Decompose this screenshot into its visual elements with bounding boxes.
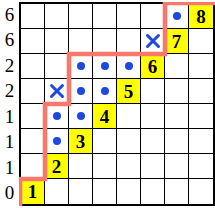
grid-cell-r2c4: [93, 29, 117, 54]
grid-cell-r6c1: [21, 129, 45, 154]
grid-cell-r7c6: [141, 154, 165, 179]
step-number-5: 5: [124, 82, 134, 101]
step-number-3: 3: [76, 132, 86, 151]
grid-cell-r5c7: [165, 104, 189, 129]
grid-cell-r4c5: 5: [117, 79, 141, 104]
grid-cell-r8c6: [141, 179, 165, 204]
row-label-4: 2: [0, 79, 19, 105]
grid-cell-r3c8: [189, 54, 213, 79]
grid-cell-r7c1: [21, 154, 45, 179]
step-number-2: 2: [52, 157, 62, 176]
grid-cell-r1c8: 8: [189, 4, 213, 29]
grid-cell-r4c8: [189, 79, 213, 104]
blue-x-icon: [145, 33, 161, 49]
grid-cell-r6c7: [165, 129, 189, 154]
blue-dot-icon: [173, 12, 181, 20]
grid-cell-r2c1: [21, 29, 45, 54]
blue-dot-icon: [125, 62, 133, 70]
blue-dot-icon: [77, 112, 85, 120]
grid-cell-r6c4: [93, 129, 117, 154]
blue-dot-icon: [101, 87, 109, 95]
grid-cell-r2c7: 7: [165, 29, 189, 54]
step-number-8: 8: [196, 7, 206, 26]
grid-cell-r8c2: [45, 179, 69, 204]
step-number-6: 6: [148, 57, 158, 76]
blue-dot-icon: [53, 137, 61, 145]
row-label-2: 6: [0, 28, 19, 54]
grid-cell-r7c7: [165, 154, 189, 179]
grid-cell-r1c2: [45, 4, 69, 29]
grid-cell-r1c5: [117, 4, 141, 29]
grid-cell-r1c4: [93, 4, 117, 29]
grid-cell-r1c7: [165, 4, 189, 29]
grid-cell-r8c5: [117, 179, 141, 204]
grid-cell-r8c4: [93, 179, 117, 204]
grid-cell-r3c6: 6: [141, 54, 165, 79]
grid-cell-r6c6: [141, 129, 165, 154]
grid-cell-r5c6: [141, 104, 165, 129]
grid-cell-r7c2: 2: [45, 154, 69, 179]
grid-cell-r6c2: [45, 129, 69, 154]
grid-cell-r5c3: [69, 104, 93, 129]
grid-cell-r5c8: [189, 104, 213, 129]
grid-cell-r6c3: 3: [69, 129, 93, 154]
grid-cell-r8c3: [69, 179, 93, 204]
grid-cell-r4c7: [165, 79, 189, 104]
grid-cell-r2c2: [45, 29, 69, 54]
grid-cell-r2c8: [189, 29, 213, 54]
grid-cell-r4c1: [21, 79, 45, 104]
grid-cell-r2c6: [141, 29, 165, 54]
step-number-4: 4: [100, 107, 110, 126]
grid-cell-r5c2: [45, 104, 69, 129]
grid-cell-r4c2: [45, 79, 69, 104]
grid-cell-r7c4: [93, 154, 117, 179]
grid-cell-r2c5: [117, 29, 141, 54]
grid-cell-r4c4: [93, 79, 117, 104]
grid-cell-r5c1: [21, 104, 45, 129]
row-label-6: 1: [0, 130, 19, 156]
grid-cell-r3c5: [117, 54, 141, 79]
grid-cell-r4c6: [141, 79, 165, 104]
row-label-5: 1: [0, 104, 19, 130]
grid-cell-r4c3: [69, 79, 93, 104]
grid-cell-r8c7: [165, 179, 189, 204]
grid-cell-r2c3: [69, 29, 93, 54]
grid-cell-r1c3: [69, 4, 93, 29]
row-labels-column: 66221110: [0, 2, 19, 206]
grid-cell-r3c7: [165, 54, 189, 79]
grid-cell-r3c3: [69, 54, 93, 79]
blue-dot-icon: [77, 62, 85, 70]
grid-cell-r7c3: [69, 154, 93, 179]
blue-dot-icon: [77, 87, 85, 95]
row-label-8: 0: [0, 181, 19, 207]
blue-dot-icon: [101, 62, 109, 70]
grid-cell-r1c6: [141, 4, 165, 29]
grid-cell-r8c1: 1: [21, 179, 45, 204]
grid-cell-r3c4: [93, 54, 117, 79]
blue-dot-icon: [53, 112, 61, 120]
row-label-7: 1: [0, 155, 19, 181]
grid-cell-r8c8: [189, 179, 213, 204]
grid-cell-r5c4: 4: [93, 104, 117, 129]
grid-cell-r3c2: [45, 54, 69, 79]
grid-cell-r7c5: [117, 154, 141, 179]
step-number-1: 1: [28, 182, 38, 201]
grid-cell-r6c5: [117, 129, 141, 154]
grid-cell-r5c5: [117, 104, 141, 129]
grid-cell-r3c1: [21, 54, 45, 79]
grid-cell-r1c1: [21, 4, 45, 29]
lattice-path-figure: 66221110 87654321: [0, 0, 215, 208]
row-label-3: 2: [0, 53, 19, 79]
game-board: 87654321: [19, 2, 215, 206]
row-label-1: 6: [0, 2, 19, 28]
blue-x-icon: [49, 83, 65, 99]
grid-cell-r7c8: [189, 154, 213, 179]
step-number-7: 7: [172, 32, 182, 51]
grid-cell-r6c8: [189, 129, 213, 154]
